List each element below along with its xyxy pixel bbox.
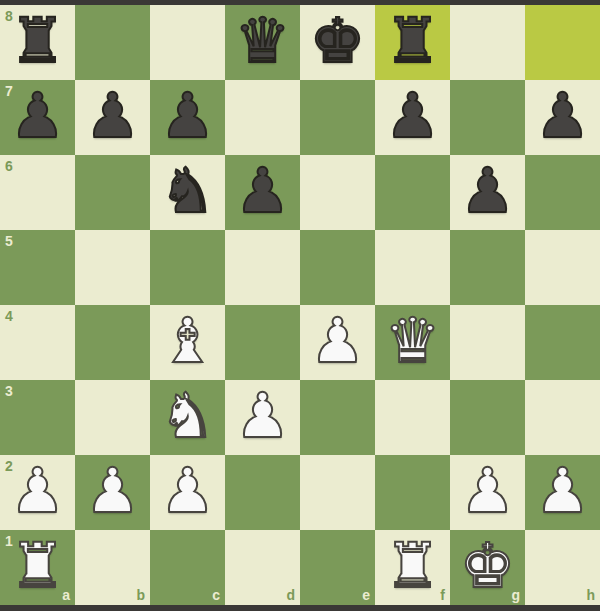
square-e8[interactable]: ♚ (300, 5, 375, 80)
square-a5[interactable]: 5 (0, 230, 75, 305)
square-f3[interactable] (375, 380, 450, 455)
piece-white-pawn[interactable]: ♟ (310, 303, 366, 378)
square-d4[interactable] (225, 305, 300, 380)
piece-white-rook[interactable]: ♜ (10, 528, 66, 603)
square-d3[interactable]: ♟ (225, 380, 300, 455)
square-e1[interactable]: e (300, 530, 375, 605)
piece-white-queen[interactable]: ♛ (385, 303, 441, 378)
square-g2[interactable]: ♟ (450, 455, 525, 530)
file-label-a: a (62, 588, 70, 602)
square-b6[interactable] (75, 155, 150, 230)
piece-black-pawn[interactable]: ♟ (85, 78, 141, 153)
file-label-c: c (212, 588, 220, 602)
square-c4[interactable]: ♝ (150, 305, 225, 380)
square-c2[interactable]: ♟ (150, 455, 225, 530)
square-d7[interactable] (225, 80, 300, 155)
square-h2[interactable]: ♟ (525, 455, 600, 530)
square-b3[interactable] (75, 380, 150, 455)
square-g7[interactable] (450, 80, 525, 155)
file-label-g: g (511, 588, 520, 602)
square-b2[interactable]: ♟ (75, 455, 150, 530)
square-f2[interactable] (375, 455, 450, 530)
square-a4[interactable]: 4 (0, 305, 75, 380)
square-c7[interactable]: ♟ (150, 80, 225, 155)
square-a2[interactable]: ♟2 (0, 455, 75, 530)
square-g1[interactable]: ♚g (450, 530, 525, 605)
square-g3[interactable] (450, 380, 525, 455)
piece-black-pawn[interactable]: ♟ (460, 153, 516, 228)
square-e2[interactable] (300, 455, 375, 530)
file-label-e: e (362, 588, 370, 602)
square-b1[interactable]: b (75, 530, 150, 605)
piece-white-pawn[interactable]: ♟ (535, 453, 591, 528)
piece-white-pawn[interactable]: ♟ (235, 378, 291, 453)
rank-label-5: 5 (5, 234, 13, 248)
piece-black-knight[interactable]: ♞ (160, 153, 216, 228)
rank-label-1: 1 (5, 534, 13, 548)
piece-black-pawn[interactable]: ♟ (10, 78, 66, 153)
square-h8[interactable] (525, 5, 600, 80)
piece-black-king[interactable]: ♚ (310, 3, 366, 78)
square-f6[interactable] (375, 155, 450, 230)
piece-black-pawn[interactable]: ♟ (535, 78, 591, 153)
square-e3[interactable] (300, 380, 375, 455)
square-a6[interactable]: 6 (0, 155, 75, 230)
file-label-b: b (136, 588, 145, 602)
square-e5[interactable] (300, 230, 375, 305)
square-c8[interactable] (150, 5, 225, 80)
square-c1[interactable]: c (150, 530, 225, 605)
square-d8[interactable]: ♛ (225, 5, 300, 80)
square-g8[interactable] (450, 5, 525, 80)
rank-label-6: 6 (5, 159, 13, 173)
piece-white-king[interactable]: ♚ (460, 528, 516, 603)
piece-black-pawn[interactable]: ♟ (385, 78, 441, 153)
rank-label-8: 8 (5, 9, 13, 23)
square-e7[interactable] (300, 80, 375, 155)
square-h7[interactable]: ♟ (525, 80, 600, 155)
square-h6[interactable] (525, 155, 600, 230)
piece-black-rook[interactable]: ♜ (385, 3, 441, 78)
rank-label-3: 3 (5, 384, 13, 398)
file-label-d: d (286, 588, 295, 602)
square-f1[interactable]: ♜f (375, 530, 450, 605)
square-f7[interactable]: ♟ (375, 80, 450, 155)
piece-black-queen[interactable]: ♛ (235, 3, 291, 78)
piece-white-bishop[interactable]: ♝ (160, 303, 216, 378)
piece-white-rook[interactable]: ♜ (385, 528, 441, 603)
square-a7[interactable]: ♟7 (0, 80, 75, 155)
square-c5[interactable] (150, 230, 225, 305)
square-g6[interactable]: ♟ (450, 155, 525, 230)
square-d2[interactable] (225, 455, 300, 530)
square-b4[interactable] (75, 305, 150, 380)
square-g4[interactable] (450, 305, 525, 380)
square-h1[interactable]: h (525, 530, 600, 605)
square-d1[interactable]: d (225, 530, 300, 605)
square-c3[interactable]: ♞ (150, 380, 225, 455)
rank-label-4: 4 (5, 309, 13, 323)
square-h5[interactable] (525, 230, 600, 305)
square-e4[interactable]: ♟ (300, 305, 375, 380)
piece-white-pawn[interactable]: ♟ (160, 453, 216, 528)
square-b7[interactable]: ♟ (75, 80, 150, 155)
rank-label-7: 7 (5, 84, 13, 98)
piece-white-pawn[interactable]: ♟ (10, 453, 66, 528)
square-f4[interactable]: ♛ (375, 305, 450, 380)
piece-white-pawn[interactable]: ♟ (85, 453, 141, 528)
square-d6[interactable]: ♟ (225, 155, 300, 230)
piece-black-rook[interactable]: ♜ (10, 3, 66, 78)
square-a1[interactable]: ♜1a (0, 530, 75, 605)
square-a3[interactable]: 3 (0, 380, 75, 455)
square-f8[interactable]: ♜ (375, 5, 450, 80)
chess-board: ♜8♛♚♜♟7♟♟♟♟6♞♟♟54♝♟♛3♞♟♟2♟♟♟♟♜1abcde♜f♚g… (0, 5, 600, 605)
rank-label-2: 2 (5, 459, 13, 473)
square-f5[interactable] (375, 230, 450, 305)
square-c6[interactable]: ♞ (150, 155, 225, 230)
piece-white-knight[interactable]: ♞ (160, 378, 216, 453)
piece-black-pawn[interactable]: ♟ (235, 153, 291, 228)
square-h4[interactable] (525, 305, 600, 380)
square-g5[interactable] (450, 230, 525, 305)
square-b5[interactable] (75, 230, 150, 305)
file-label-f: f (440, 588, 445, 602)
bottom-letterbox-bar (0, 605, 600, 611)
square-e6[interactable] (300, 155, 375, 230)
piece-white-pawn[interactable]: ♟ (460, 453, 516, 528)
square-d5[interactable] (225, 230, 300, 305)
app-frame: ♜8♛♚♜♟7♟♟♟♟6♞♟♟54♝♟♛3♞♟♟2♟♟♟♟♜1abcde♜f♚g… (0, 0, 600, 611)
piece-black-pawn[interactable]: ♟ (160, 78, 216, 153)
square-b8[interactable] (75, 5, 150, 80)
square-a8[interactable]: ♜8 (0, 5, 75, 80)
square-h3[interactable] (525, 380, 600, 455)
file-label-h: h (586, 588, 595, 602)
